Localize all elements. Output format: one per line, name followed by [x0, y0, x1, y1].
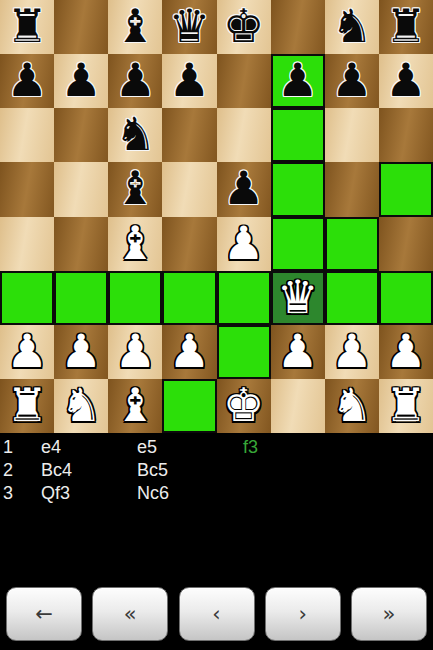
square-g7[interactable]: ♟	[325, 54, 379, 108]
square-c3[interactable]	[108, 271, 162, 325]
square-c6[interactable]: ♞	[108, 108, 162, 162]
white-pawn: ♟	[385, 328, 426, 374]
square-g2[interactable]: ♟	[325, 325, 379, 379]
square-e3[interactable]	[217, 271, 271, 325]
white-pawn: ♟	[61, 328, 102, 374]
white-pawn: ♟	[6, 328, 47, 374]
chess-board: ♜♝♛♚♞♜♟♟♟♟♟♟♟♞♝♟♝♟♛♟♟♟♟♟♟♟♜♞♝♚♞♜	[0, 0, 433, 433]
square-c7[interactable]: ♟	[108, 54, 162, 108]
square-g5[interactable]	[325, 162, 379, 216]
black-pawn: ♟	[223, 165, 264, 211]
black-knight: ♞	[115, 111, 156, 157]
move-row-2: 2Bc4Bc5	[0, 460, 433, 483]
square-h4[interactable]	[379, 217, 433, 271]
square-e5[interactable]: ♟	[217, 162, 271, 216]
square-d3[interactable]	[162, 271, 216, 325]
square-e4[interactable]: ♟	[217, 217, 271, 271]
black-bishop: ♝	[115, 3, 156, 49]
square-b8[interactable]	[54, 0, 108, 54]
black-pawn: ♟	[277, 57, 318, 103]
square-h7[interactable]: ♟	[379, 54, 433, 108]
white-move: Bc4	[41, 460, 72, 481]
square-h2[interactable]: ♟	[379, 325, 433, 379]
move-list: 1e4e5f32Bc4Bc53Qf3Nc6	[0, 433, 433, 590]
white-pawn: ♟	[223, 220, 264, 266]
black-move: Nc6	[137, 483, 169, 504]
black-pawn: ♟	[385, 57, 426, 103]
square-a1[interactable]: ♜	[0, 379, 54, 433]
square-e6[interactable]	[217, 108, 271, 162]
square-e8[interactable]: ♚	[217, 0, 271, 54]
square-b7[interactable]: ♟	[54, 54, 108, 108]
black-pawn: ♟	[331, 57, 372, 103]
black-rook: ♜	[6, 3, 47, 49]
square-a8[interactable]: ♜	[0, 0, 54, 54]
white-queen: ♛	[277, 274, 318, 320]
square-a2[interactable]: ♟	[0, 325, 54, 379]
white-bishop: ♝	[115, 382, 156, 428]
navigation-bar: ←«‹›»	[0, 587, 433, 641]
square-h5[interactable]	[379, 162, 433, 216]
square-h1[interactable]: ♜	[379, 379, 433, 433]
square-b5[interactable]	[54, 162, 108, 216]
square-d7[interactable]: ♟	[162, 54, 216, 108]
square-a7[interactable]: ♟	[0, 54, 54, 108]
square-h3[interactable]	[379, 271, 433, 325]
square-g4[interactable]	[325, 217, 379, 271]
square-f4[interactable]	[271, 217, 325, 271]
square-c1[interactable]: ♝	[108, 379, 162, 433]
previous-move-button[interactable]: ‹	[179, 587, 255, 641]
square-b1[interactable]: ♞	[54, 379, 108, 433]
square-g1[interactable]: ♞	[325, 379, 379, 433]
square-d5[interactable]	[162, 162, 216, 216]
next-move-button[interactable]: ›	[265, 587, 341, 641]
square-a4[interactable]	[0, 217, 54, 271]
white-knight: ♞	[61, 382, 102, 428]
square-c5[interactable]: ♝	[108, 162, 162, 216]
black-knight: ♞	[331, 3, 372, 49]
black-bishop: ♝	[115, 165, 156, 211]
white-pawn: ♟	[115, 328, 156, 374]
square-b3[interactable]	[54, 271, 108, 325]
square-a6[interactable]	[0, 108, 54, 162]
last-move-button[interactable]: »	[351, 587, 427, 641]
black-queen: ♛	[169, 3, 210, 49]
square-f6[interactable]	[271, 108, 325, 162]
square-f7[interactable]: ♟	[271, 54, 325, 108]
square-c2[interactable]: ♟	[108, 325, 162, 379]
square-f2[interactable]: ♟	[271, 325, 325, 379]
square-h6[interactable]	[379, 108, 433, 162]
square-f3[interactable]: ♛	[271, 271, 325, 325]
move-number: 1	[3, 437, 13, 458]
black-move: Bc5	[137, 460, 168, 481]
square-f5[interactable]	[271, 162, 325, 216]
black-pawn: ♟	[115, 57, 156, 103]
white-pawn: ♟	[277, 328, 318, 374]
square-b4[interactable]	[54, 217, 108, 271]
move-number: 2	[3, 460, 13, 481]
first-move-button[interactable]: «	[92, 587, 168, 641]
white-move: e4	[41, 437, 61, 458]
square-g3[interactable]	[325, 271, 379, 325]
square-e7[interactable]	[217, 54, 271, 108]
move-row-3: 3Qf3Nc6	[0, 483, 433, 506]
white-pawn: ♟	[169, 328, 210, 374]
square-e2[interactable]	[217, 325, 271, 379]
move-row-1: 1e4e5f3	[0, 437, 433, 460]
black-king: ♚	[223, 3, 264, 49]
square-c8[interactable]: ♝	[108, 0, 162, 54]
square-a5[interactable]	[0, 162, 54, 216]
square-d6[interactable]	[162, 108, 216, 162]
white-move: Qf3	[41, 483, 70, 504]
black-pawn: ♟	[169, 57, 210, 103]
black-move: e5	[137, 437, 157, 458]
black-pawn: ♟	[6, 57, 47, 103]
square-d4[interactable]	[162, 217, 216, 271]
undo-button[interactable]: ←	[6, 587, 82, 641]
white-king: ♚	[223, 382, 264, 428]
chess-app-screen: ♜♝♛♚♞♜♟♟♟♟♟♟♟♞♝♟♝♟♛♟♟♟♟♟♟♟♜♞♝♚♞♜ 1e4e5f3…	[0, 0, 433, 650]
black-pawn: ♟	[61, 57, 102, 103]
square-g6[interactable]	[325, 108, 379, 162]
square-d8[interactable]: ♛	[162, 0, 216, 54]
square-b2[interactable]: ♟	[54, 325, 108, 379]
black-rook: ♜	[385, 3, 426, 49]
white-knight: ♞	[331, 382, 372, 428]
white-bishop: ♝	[115, 220, 156, 266]
square-f8[interactable]	[271, 0, 325, 54]
square-h8[interactable]: ♜	[379, 0, 433, 54]
square-c4[interactable]: ♝	[108, 217, 162, 271]
white-rook: ♜	[385, 382, 426, 428]
square-b6[interactable]	[54, 108, 108, 162]
white-pawn: ♟	[331, 328, 372, 374]
square-g8[interactable]: ♞	[325, 0, 379, 54]
square-f1[interactable]	[271, 379, 325, 433]
pending-move-input: f3	[243, 437, 258, 458]
square-e1[interactable]: ♚	[217, 379, 271, 433]
square-d2[interactable]: ♟	[162, 325, 216, 379]
square-a3[interactable]	[0, 271, 54, 325]
white-rook: ♜	[6, 382, 47, 428]
square-d1[interactable]	[162, 379, 216, 433]
move-number: 3	[3, 483, 13, 504]
